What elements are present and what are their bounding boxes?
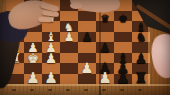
frame-coordinate-mark — [12, 89, 16, 91]
white-player-finger — [38, 17, 52, 23]
frame-coordinate-mark — [84, 89, 88, 91]
frame-coordinate-mark — [138, 89, 142, 91]
frame-coordinate-mark — [102, 89, 106, 91]
frame-coordinate-mark — [120, 89, 124, 91]
black-player-hand-knuckle — [70, 2, 82, 9]
frame-coordinate-mark — [66, 89, 70, 91]
frame-coordinate-mark — [48, 89, 52, 91]
frame-coordinate-mark — [30, 89, 34, 91]
chess-photo-scene: ♛♛♚♞♝♝♟♟♞♞♟♟♟♜♚♟♝♟♟♟♟♟♟♟♟♜ — [0, 0, 170, 95]
